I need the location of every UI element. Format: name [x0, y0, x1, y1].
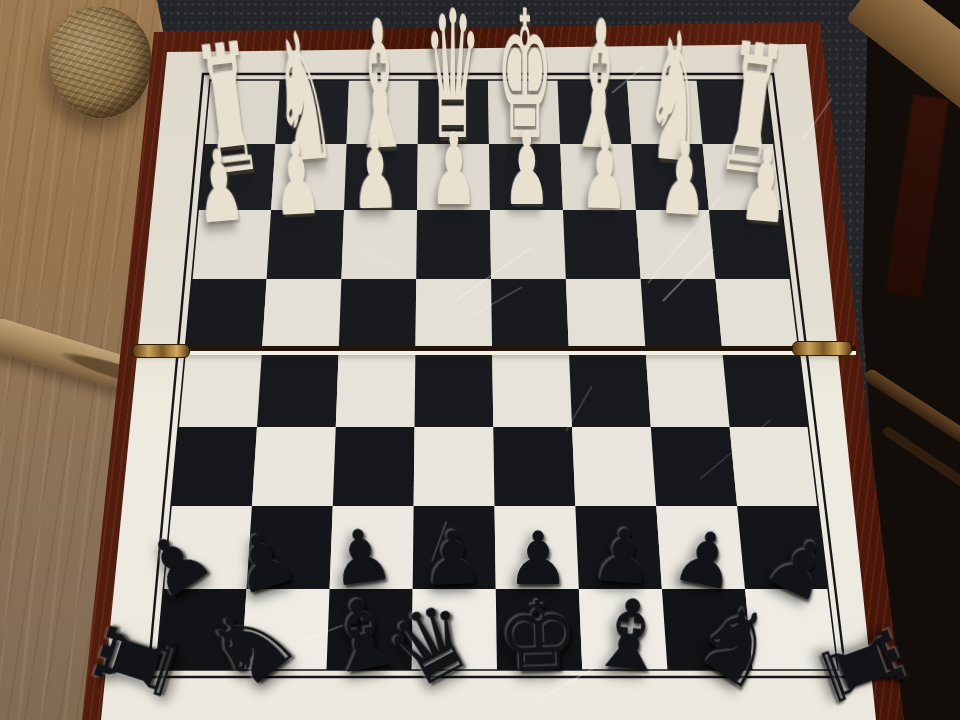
piece-white-pawn-d2[interactable]: ♟: [437, 112, 469, 220]
piece-white-pawn-a2[interactable]: ♟: [198, 128, 240, 238]
piece-black-rook-h8[interactable]: ♜: [802, 608, 931, 720]
piece-black-king-e8[interactable]: ♚: [496, 577, 581, 687]
piece-white-pawn-c2[interactable]: ♟: [358, 116, 392, 224]
piece-white-pawn-e2[interactable]: ♟: [510, 112, 542, 220]
piece-white-pawn-h2[interactable]: ♟: [745, 128, 787, 238]
piece-black-pawn-a7[interactable]: ♟: [129, 513, 221, 611]
piece-black-bishop-f8[interactable]: ♝: [584, 572, 676, 687]
piece-white-pawn-f2[interactable]: ♟: [588, 116, 622, 224]
piece-white-pawn-g2[interactable]: ♟: [665, 121, 703, 230]
piece-black-rook-a8[interactable]: ♜: [69, 605, 196, 715]
chess-scene: ♜♞♝♛♚♝♞♜♟♟♟♟♟♟♟♟♟♟♟♟♟♟♟♟♜♞♝♛♚♝♞♜: [0, 0, 960, 720]
piece-white-pawn-b2[interactable]: ♟: [277, 121, 315, 230]
piece-layer: ♜♞♝♛♚♝♞♜♟♟♟♟♟♟♟♟♟♟♟♟♟♟♟♟♜♞♝♛♚♝♞♜: [0, 0, 960, 720]
